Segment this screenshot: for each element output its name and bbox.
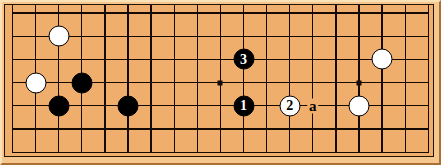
grid-line-h: [12, 12, 429, 13]
grid-line-v: [312, 5, 313, 153]
black-stone: 3: [233, 49, 254, 70]
grid-line-v: [428, 5, 429, 153]
grid-line-v: [104, 5, 105, 153]
white-stone: [25, 72, 46, 93]
grid-line-h: [12, 59, 429, 60]
black-stone: [48, 95, 69, 116]
grid-line-h: [12, 36, 429, 37]
grid-line-v: [405, 5, 406, 153]
grid-line-v: [289, 5, 290, 153]
black-stone: [71, 72, 92, 93]
grid-line-v: [220, 5, 221, 153]
grid-line-v: [335, 5, 336, 153]
star-point: [357, 80, 362, 85]
grid-line-v: [381, 5, 382, 153]
grid-line-v: [174, 5, 175, 153]
go-diagram: 312a: [0, 0, 441, 165]
move-number: 2: [286, 99, 293, 113]
grid-line-h: [12, 128, 429, 129]
grid-line-v: [127, 5, 128, 153]
move-number: 3: [240, 52, 247, 66]
move-number: 1: [240, 99, 247, 113]
board-grid: 312a: [5, 5, 433, 156]
white-stone: [372, 49, 393, 70]
grid-line-v: [243, 5, 244, 153]
grid-line-h: [12, 152, 429, 153]
grid-line-v: [266, 5, 267, 153]
grid-line-v: [197, 5, 198, 153]
black-stone: [118, 95, 139, 116]
star-point: [218, 80, 223, 85]
white-stone: 2: [279, 95, 300, 116]
go-board: 312a: [4, 4, 434, 157]
grid-line-v: [150, 5, 151, 153]
grid-line-v: [358, 5, 359, 153]
black-stone: 1: [233, 95, 254, 116]
grid-line-v: [12, 5, 13, 153]
white-stone: [48, 26, 69, 47]
point-label: a: [307, 98, 319, 113]
white-stone: [349, 95, 370, 116]
